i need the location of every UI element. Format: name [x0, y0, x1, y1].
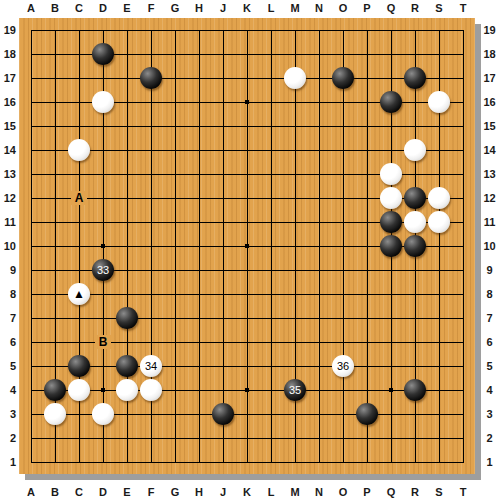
- coord-label-bottom-B: B: [46, 485, 64, 499]
- grid-hline: [31, 438, 464, 439]
- coord-label-top-H: H: [190, 1, 208, 15]
- point-label-A: A: [71, 191, 87, 205]
- coord-label-right-11: 11: [481, 215, 498, 229]
- grid-vline: [319, 30, 320, 463]
- coord-label-right-5: 5: [481, 359, 498, 373]
- coord-label-bottom-K: K: [238, 485, 256, 499]
- coord-label-top-D: D: [94, 1, 112, 15]
- coord-label-left-6: 6: [0, 335, 16, 349]
- coord-label-right-10: 10: [481, 239, 498, 253]
- coord-label-bottom-L: L: [262, 485, 280, 499]
- stone-white-S12: [428, 187, 450, 209]
- coord-label-left-14: 14: [0, 143, 16, 157]
- move-number-label: 35: [289, 384, 301, 396]
- coord-label-top-O: O: [334, 1, 352, 15]
- stone-white-D3: [92, 403, 114, 425]
- stone-black-E7: [116, 307, 138, 329]
- coord-label-top-B: B: [46, 1, 64, 15]
- stone-black-J3: [212, 403, 234, 425]
- coord-label-top-P: P: [358, 1, 376, 15]
- star-point-D4: [101, 388, 105, 392]
- coord-label-left-3: 3: [0, 407, 16, 421]
- stone-white-Q12: [380, 187, 402, 209]
- stone-black-D9: 33: [92, 259, 114, 281]
- star-point-Q4: [389, 388, 393, 392]
- coord-label-left-1: 1: [0, 455, 16, 469]
- go-board[interactable]: 3335▲3634AB: [19, 18, 475, 474]
- coord-label-bottom-J: J: [214, 485, 232, 499]
- coord-label-bottom-Q: Q: [382, 485, 400, 499]
- go-diagram: ABCDEFGHJKLMNOPQRST ABCDEFGHJKLMNOPQRST …: [0, 0, 500, 500]
- stone-black-D18: [92, 43, 114, 65]
- stone-black-P3: [356, 403, 378, 425]
- coord-label-top-F: F: [142, 1, 160, 15]
- coord-label-top-L: L: [262, 1, 280, 15]
- coord-label-top-K: K: [238, 1, 256, 15]
- coord-label-right-7: 7: [481, 311, 498, 325]
- coord-label-right-16: 16: [481, 95, 498, 109]
- coord-label-bottom-C: C: [70, 485, 88, 499]
- coord-label-right-1: 1: [481, 455, 498, 469]
- coord-label-left-9: 9: [0, 263, 16, 277]
- coord-label-right-19: 19: [481, 23, 498, 37]
- coord-label-right-3: 3: [481, 407, 498, 421]
- move-number-label: 34: [145, 360, 157, 372]
- stone-black-C5: [68, 355, 90, 377]
- grid-hline: [31, 294, 464, 295]
- grid-hline: [31, 318, 464, 319]
- grid-vline: [271, 30, 272, 463]
- coord-label-left-7: 7: [0, 311, 16, 325]
- stone-white-D16: [92, 91, 114, 113]
- star-point-K10: [245, 244, 249, 248]
- stone-black-M4: 35: [284, 379, 306, 401]
- coord-label-top-N: N: [310, 1, 328, 15]
- grid-vline: [463, 30, 464, 463]
- coord-label-left-17: 17: [0, 71, 16, 85]
- stone-black-Q10: [380, 235, 402, 257]
- star-point-K4: [245, 388, 249, 392]
- stone-black-Q11: [380, 211, 402, 233]
- stone-black-Q16: [380, 91, 402, 113]
- coord-label-left-18: 18: [0, 47, 16, 61]
- coord-label-top-M: M: [286, 1, 304, 15]
- coord-label-left-2: 2: [0, 431, 16, 445]
- coord-label-right-13: 13: [481, 167, 498, 181]
- point-label-B: B: [95, 335, 111, 349]
- coord-label-left-8: 8: [0, 287, 16, 301]
- coord-label-right-8: 8: [481, 287, 498, 301]
- star-point-D10: [101, 244, 105, 248]
- coord-label-bottom-G: G: [166, 485, 184, 499]
- coord-label-top-T: T: [454, 1, 472, 15]
- stone-white-C8: ▲: [68, 283, 90, 305]
- stone-white-S11: [428, 211, 450, 233]
- stone-white-C4: [68, 379, 90, 401]
- coord-label-bottom-P: P: [358, 485, 376, 499]
- coord-label-top-J: J: [214, 1, 232, 15]
- coord-label-right-2: 2: [481, 431, 498, 445]
- coord-label-left-15: 15: [0, 119, 16, 133]
- coord-label-top-Q: Q: [382, 1, 400, 15]
- coord-label-bottom-F: F: [142, 485, 160, 499]
- star-point-K16: [245, 100, 249, 104]
- coord-label-left-5: 5: [0, 359, 16, 373]
- coord-label-top-R: R: [406, 1, 424, 15]
- coord-label-right-12: 12: [481, 191, 498, 205]
- stone-white-S16: [428, 91, 450, 113]
- stone-white-O5: 36: [332, 355, 354, 377]
- stone-white-E4: [116, 379, 138, 401]
- coord-label-left-13: 13: [0, 167, 16, 181]
- coord-label-bottom-R: R: [406, 485, 424, 499]
- move-number-label: 33: [97, 264, 109, 276]
- stone-white-F4: [140, 379, 162, 401]
- stone-white-M17: [284, 67, 306, 89]
- stone-black-R17: [404, 67, 426, 89]
- stone-black-R4: [404, 379, 426, 401]
- coord-label-top-A: A: [22, 1, 40, 15]
- grid-vline: [367, 30, 368, 463]
- grid-hline: [31, 366, 464, 367]
- triangle-marker-icon: ▲: [73, 288, 85, 300]
- coord-label-bottom-N: N: [310, 485, 328, 499]
- coord-label-right-14: 14: [481, 143, 498, 157]
- stone-white-R11: [404, 211, 426, 233]
- coord-label-bottom-D: D: [94, 485, 112, 499]
- coord-label-right-17: 17: [481, 71, 498, 85]
- stone-white-Q13: [380, 163, 402, 185]
- stone-black-E5: [116, 355, 138, 377]
- coord-label-right-15: 15: [481, 119, 498, 133]
- coord-label-bottom-E: E: [118, 485, 136, 499]
- stone-black-O17: [332, 67, 354, 89]
- stone-white-F5: 34: [140, 355, 162, 377]
- coord-label-left-10: 10: [0, 239, 16, 253]
- coord-label-top-G: G: [166, 1, 184, 15]
- coord-label-bottom-A: A: [22, 485, 40, 499]
- stone-white-R14: [404, 139, 426, 161]
- grid-vline: [343, 30, 344, 463]
- coord-label-right-18: 18: [481, 47, 498, 61]
- coord-label-top-C: C: [70, 1, 88, 15]
- coord-label-left-19: 19: [0, 23, 16, 37]
- coord-label-left-12: 12: [0, 191, 16, 205]
- coord-label-right-6: 6: [481, 335, 498, 349]
- stone-black-F17: [140, 67, 162, 89]
- stone-black-B4: [44, 379, 66, 401]
- stone-white-B3: [44, 403, 66, 425]
- coord-label-bottom-S: S: [430, 485, 448, 499]
- stone-black-R10: [404, 235, 426, 257]
- coord-label-bottom-O: O: [334, 485, 352, 499]
- coord-label-right-4: 4: [481, 383, 498, 397]
- coord-label-bottom-M: M: [286, 485, 304, 499]
- move-number-label: 36: [337, 360, 349, 372]
- coord-label-bottom-H: H: [190, 485, 208, 499]
- coord-label-left-11: 11: [0, 215, 16, 229]
- coord-label-top-S: S: [430, 1, 448, 15]
- coord-label-bottom-T: T: [454, 485, 472, 499]
- coord-label-left-16: 16: [0, 95, 16, 109]
- coord-label-left-4: 4: [0, 383, 16, 397]
- grid-hline: [31, 462, 464, 463]
- coord-label-right-9: 9: [481, 263, 498, 277]
- stone-white-C14: [68, 139, 90, 161]
- coord-label-top-E: E: [118, 1, 136, 15]
- stone-black-R12: [404, 187, 426, 209]
